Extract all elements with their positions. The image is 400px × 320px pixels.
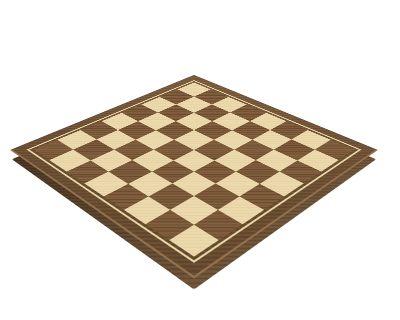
product-photo-background: [0, 0, 400, 320]
chessboard-scene: [64, 20, 324, 280]
chessboard: [10, 75, 378, 278]
playing-field: [34, 83, 355, 257]
